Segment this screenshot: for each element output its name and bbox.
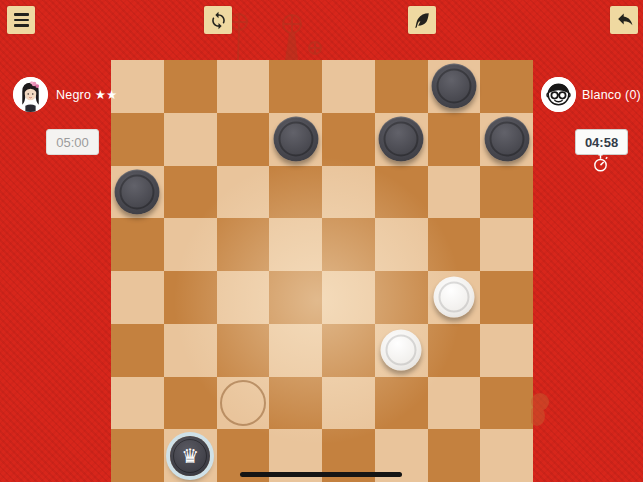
board-square[interactable] [375, 113, 428, 166]
board: ♛ [111, 60, 533, 482]
board-square[interactable] [428, 60, 481, 113]
black-king[interactable]: ♛ [170, 436, 210, 476]
board-square[interactable] [480, 60, 533, 113]
board-square[interactable] [322, 324, 375, 377]
board-square[interactable] [111, 271, 164, 324]
board-square[interactable] [480, 429, 533, 482]
white-man[interactable] [433, 277, 474, 318]
board-square[interactable] [269, 113, 322, 166]
black-man[interactable] [484, 117, 529, 162]
board-square[interactable] [269, 271, 322, 324]
avatar-black[interactable] [13, 77, 48, 112]
board-square[interactable] [164, 60, 217, 113]
board-square[interactable] [428, 377, 481, 430]
board-square[interactable] [217, 271, 270, 324]
board-square[interactable] [428, 113, 481, 166]
board-square[interactable] [111, 113, 164, 166]
player-black-name: Negro ★★ [56, 87, 118, 102]
scepter-watermark [215, 0, 345, 60]
board-square[interactable] [375, 271, 428, 324]
board-square[interactable] [164, 324, 217, 377]
black-man[interactable] [379, 117, 424, 162]
board-square[interactable] [111, 60, 164, 113]
board-square[interactable] [111, 429, 164, 482]
sync-button[interactable] [204, 6, 232, 34]
board-square[interactable] [217, 60, 270, 113]
menu-button[interactable] [7, 6, 35, 34]
board-square[interactable]: ♛ [164, 429, 217, 482]
board-square[interactable] [111, 218, 164, 271]
board-square[interactable] [164, 271, 217, 324]
board-square[interactable] [217, 166, 270, 219]
board-square[interactable] [322, 377, 375, 430]
board-square[interactable] [269, 377, 322, 430]
board-square[interactable] [480, 218, 533, 271]
board-square[interactable] [322, 271, 375, 324]
board-square[interactable] [428, 271, 481, 324]
undo-button[interactable] [610, 6, 638, 34]
notes-button[interactable] [408, 6, 436, 34]
board-square[interactable] [111, 377, 164, 430]
board-square[interactable] [480, 113, 533, 166]
hamburger-icon [14, 13, 29, 27]
board-square[interactable] [164, 166, 217, 219]
board-square[interactable] [428, 218, 481, 271]
board-square[interactable] [217, 324, 270, 377]
feather-icon [413, 11, 431, 29]
board-square[interactable] [322, 60, 375, 113]
board-square[interactable] [111, 324, 164, 377]
white-man[interactable] [381, 330, 422, 371]
app-screen: Negro ★★ 05:00 Blanco (0) ★ 04:58 [0, 0, 643, 482]
timer-black: 05:00 [46, 129, 99, 155]
player-white-name: Blanco (0) ★ [582, 87, 643, 102]
board-square[interactable] [375, 166, 428, 219]
black-man[interactable] [431, 64, 476, 109]
board-square[interactable] [428, 166, 481, 219]
sync-icon [209, 11, 228, 30]
board-square[interactable] [480, 166, 533, 219]
player-black: Negro ★★ [13, 77, 118, 112]
board-square[interactable] [480, 271, 533, 324]
black-man[interactable] [115, 169, 160, 214]
avatar-white[interactable] [541, 77, 576, 112]
board-square[interactable] [217, 377, 270, 430]
board-square[interactable] [322, 166, 375, 219]
girl-avatar-icon [13, 77, 48, 112]
board-square[interactable] [269, 218, 322, 271]
board-square[interactable] [428, 324, 481, 377]
boy-avatar-icon [541, 77, 576, 112]
board-square[interactable] [164, 377, 217, 430]
board-square[interactable] [480, 324, 533, 377]
board-square[interactable] [111, 166, 164, 219]
board-square[interactable] [375, 218, 428, 271]
board-square[interactable] [164, 113, 217, 166]
timer-white: 04:58 [575, 129, 628, 155]
board-square[interactable] [480, 377, 533, 430]
board-square[interactable] [375, 60, 428, 113]
stopwatch-icon [592, 153, 609, 173]
board-square[interactable] [164, 218, 217, 271]
player-white: Blanco (0) ★ [541, 77, 643, 112]
board-square[interactable] [375, 377, 428, 430]
board-square[interactable] [428, 429, 481, 482]
move-hint-circle[interactable] [220, 380, 266, 426]
board-square[interactable] [217, 113, 270, 166]
board-square[interactable] [322, 218, 375, 271]
board-square[interactable] [217, 218, 270, 271]
board-square[interactable] [375, 324, 428, 377]
board-square[interactable] [269, 324, 322, 377]
undo-arrow-icon [615, 11, 634, 30]
board-square[interactable] [269, 166, 322, 219]
board-square[interactable] [269, 60, 322, 113]
black-man[interactable] [273, 117, 318, 162]
home-indicator[interactable] [240, 472, 402, 477]
board-square[interactable] [322, 113, 375, 166]
background-blob [531, 391, 551, 431]
